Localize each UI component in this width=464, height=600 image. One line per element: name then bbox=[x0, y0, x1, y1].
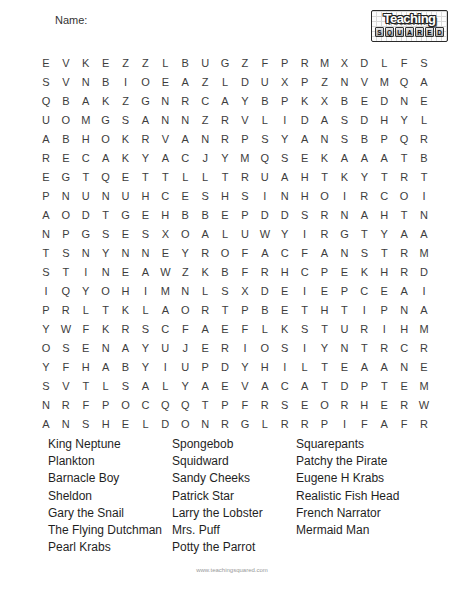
grid-cell-r7c1[interactable]: E bbox=[36, 168, 56, 187]
grid-cell-r8c3[interactable]: U bbox=[76, 187, 96, 206]
grid-cell-r3c10[interactable]: A bbox=[215, 92, 235, 111]
grid-cell-r12c10[interactable]: B bbox=[215, 263, 235, 282]
grid-cell-r12c19[interactable]: R bbox=[394, 263, 414, 282]
grid-cell-r6c16[interactable]: A bbox=[334, 149, 354, 168]
grid-cell-r13c15[interactable]: E bbox=[315, 282, 335, 301]
grid-cell-r17c10[interactable]: D bbox=[215, 358, 235, 377]
grid-cell-r7c19[interactable]: R bbox=[394, 168, 414, 187]
grid-cell-r6c14[interactable]: E bbox=[295, 149, 315, 168]
grid-cell-r1c4[interactable]: E bbox=[96, 54, 116, 73]
grid-cell-r4c3[interactable]: M bbox=[76, 111, 96, 130]
grid-cell-r17c14[interactable]: L bbox=[295, 358, 315, 377]
grid-cell-r17c2[interactable]: F bbox=[56, 358, 76, 377]
grid-cell-r10c14[interactable]: I bbox=[295, 225, 315, 244]
grid-cell-r18c9[interactable]: A bbox=[195, 377, 215, 396]
grid-cell-r3c20[interactable]: E bbox=[414, 92, 434, 111]
grid-cell-r1c11[interactable]: Z bbox=[235, 54, 255, 73]
grid-cell-r11c2[interactable]: S bbox=[56, 244, 76, 263]
grid-cell-r13c16[interactable]: P bbox=[334, 282, 354, 301]
grid-cell-r17c4[interactable]: A bbox=[96, 358, 116, 377]
grid-cell-r19c7[interactable]: Q bbox=[155, 396, 175, 415]
grid-cell-r12c12[interactable]: R bbox=[255, 263, 275, 282]
grid-cell-r11c4[interactable]: Y bbox=[96, 244, 116, 263]
grid-cell-r19c3[interactable]: F bbox=[76, 396, 96, 415]
grid-cell-r14c20[interactable]: A bbox=[414, 301, 434, 320]
grid-cell-r13c8[interactable]: N bbox=[175, 282, 195, 301]
grid-cell-r9c7[interactable]: H bbox=[155, 206, 175, 225]
grid-cell-r14c3[interactable]: L bbox=[76, 301, 96, 320]
grid-cell-r6c19[interactable]: T bbox=[394, 149, 414, 168]
grid-cell-r13c13[interactable]: E bbox=[275, 282, 295, 301]
grid-cell-r5c4[interactable]: O bbox=[96, 130, 116, 149]
grid-cell-r3c3[interactable]: A bbox=[76, 92, 96, 111]
grid-cell-r10c15[interactable]: R bbox=[315, 225, 335, 244]
grid-cell-r19c19[interactable]: R bbox=[394, 396, 414, 415]
grid-cell-r4c11[interactable]: V bbox=[235, 111, 255, 130]
grid-cell-r7c6[interactable]: T bbox=[135, 168, 155, 187]
grid-cell-r9c15[interactable]: R bbox=[315, 206, 335, 225]
grid-cell-r16c4[interactable]: N bbox=[96, 339, 116, 358]
grid-cell-r6c12[interactable]: Q bbox=[255, 149, 275, 168]
grid-cell-r5c17[interactable]: B bbox=[354, 130, 374, 149]
grid-cell-r12c15[interactable]: P bbox=[315, 263, 335, 282]
grid-cell-r15c19[interactable]: H bbox=[394, 320, 414, 339]
grid-cell-r11c9[interactable]: R bbox=[195, 244, 215, 263]
grid-cell-r13c19[interactable]: A bbox=[394, 282, 414, 301]
grid-cell-r12c4[interactable]: N bbox=[96, 263, 116, 282]
grid-cell-r12c14[interactable]: C bbox=[295, 263, 315, 282]
grid-cell-r18c16[interactable]: D bbox=[334, 377, 354, 396]
grid-cell-r18c11[interactable]: V bbox=[235, 377, 255, 396]
grid-cell-r2c8[interactable]: A bbox=[175, 73, 195, 92]
grid-cell-r2c4[interactable]: B bbox=[96, 73, 116, 92]
grid-cell-r6c2[interactable]: E bbox=[56, 149, 76, 168]
grid-cell-r15c5[interactable]: R bbox=[116, 320, 136, 339]
grid-cell-r14c13[interactable]: E bbox=[275, 301, 295, 320]
grid-cell-r5c20[interactable]: R bbox=[414, 130, 434, 149]
grid-cell-r16c11[interactable]: I bbox=[235, 339, 255, 358]
grid-cell-r13c20[interactable]: I bbox=[414, 282, 434, 301]
grid-cell-r8c7[interactable]: C bbox=[155, 187, 175, 206]
grid-cell-r8c17[interactable]: R bbox=[354, 187, 374, 206]
grid-cell-r5c11[interactable]: P bbox=[235, 130, 255, 149]
grid-cell-r15c10[interactable]: E bbox=[215, 320, 235, 339]
grid-cell-r10c16[interactable]: G bbox=[334, 225, 354, 244]
grid-cell-r14c19[interactable]: N bbox=[394, 301, 414, 320]
grid-cell-r15c20[interactable]: M bbox=[414, 320, 434, 339]
grid-cell-r20c4[interactable]: H bbox=[96, 415, 116, 434]
grid-cell-r16c19[interactable]: C bbox=[394, 339, 414, 358]
grid-cell-r20c15[interactable]: P bbox=[315, 415, 335, 434]
grid-cell-r4c10[interactable]: R bbox=[215, 111, 235, 130]
grid-cell-r16c15[interactable]: Y bbox=[315, 339, 335, 358]
grid-cell-r17c9[interactable]: P bbox=[195, 358, 215, 377]
grid-cell-r16c5[interactable]: A bbox=[116, 339, 136, 358]
grid-cell-r14c8[interactable]: O bbox=[175, 301, 195, 320]
grid-cell-r18c14[interactable]: A bbox=[295, 377, 315, 396]
grid-cell-r9c19[interactable]: T bbox=[394, 206, 414, 225]
grid-cell-r15c14[interactable]: S bbox=[295, 320, 315, 339]
grid-cell-r7c5[interactable]: E bbox=[116, 168, 136, 187]
grid-cell-r9c13[interactable]: D bbox=[275, 206, 295, 225]
grid-cell-r13c12[interactable]: D bbox=[255, 282, 275, 301]
grid-cell-r3c14[interactable]: K bbox=[295, 92, 315, 111]
grid-cell-r10c3[interactable]: G bbox=[76, 225, 96, 244]
grid-cell-r4c12[interactable]: L bbox=[255, 111, 275, 130]
grid-cell-r6c15[interactable]: K bbox=[315, 149, 335, 168]
grid-cell-r8c1[interactable]: P bbox=[36, 187, 56, 206]
grid-cell-r5c8[interactable]: A bbox=[175, 130, 195, 149]
grid-cell-r16c13[interactable]: S bbox=[275, 339, 295, 358]
grid-cell-r2c12[interactable]: U bbox=[255, 73, 275, 92]
grid-cell-r18c20[interactable]: M bbox=[414, 377, 434, 396]
grid-cell-r10c12[interactable]: W bbox=[255, 225, 275, 244]
grid-cell-r6c7[interactable]: A bbox=[155, 149, 175, 168]
grid-cell-r11c12[interactable]: A bbox=[255, 244, 275, 263]
grid-cell-r1c8[interactable]: B bbox=[175, 54, 195, 73]
grid-cell-r15c1[interactable]: Y bbox=[36, 320, 56, 339]
grid-cell-r1c9[interactable]: U bbox=[195, 54, 215, 73]
grid-cell-r20c6[interactable]: L bbox=[135, 415, 155, 434]
grid-cell-r5c5[interactable]: K bbox=[116, 130, 136, 149]
grid-cell-r14c15[interactable]: H bbox=[315, 301, 335, 320]
grid-cell-r20c20[interactable]: R bbox=[414, 415, 434, 434]
grid-cell-r13c6[interactable]: I bbox=[135, 282, 155, 301]
grid-cell-r6c6[interactable]: Y bbox=[135, 149, 155, 168]
grid-cell-r18c12[interactable]: A bbox=[255, 377, 275, 396]
grid-cell-r15c8[interactable]: F bbox=[175, 320, 195, 339]
grid-cell-r9c16[interactable]: N bbox=[334, 206, 354, 225]
grid-cell-r19c9[interactable]: T bbox=[195, 396, 215, 415]
grid-cell-r8c16[interactable]: I bbox=[334, 187, 354, 206]
grid-cell-r15c7[interactable]: C bbox=[155, 320, 175, 339]
grid-cell-r8c2[interactable]: N bbox=[56, 187, 76, 206]
grid-cell-r7c4[interactable]: Q bbox=[96, 168, 116, 187]
grid-cell-r8c12[interactable]: I bbox=[255, 187, 275, 206]
grid-cell-r11c1[interactable]: T bbox=[36, 244, 56, 263]
grid-cell-r4c13[interactable]: I bbox=[275, 111, 295, 130]
grid-cell-r16c8[interactable]: J bbox=[175, 339, 195, 358]
grid-cell-r15c4[interactable]: K bbox=[96, 320, 116, 339]
grid-cell-r14c17[interactable]: I bbox=[354, 301, 374, 320]
grid-cell-r16c20[interactable]: R bbox=[414, 339, 434, 358]
grid-cell-r10c8[interactable]: O bbox=[175, 225, 195, 244]
grid-cell-r11c10[interactable]: O bbox=[215, 244, 235, 263]
grid-cell-r7c3[interactable]: T bbox=[76, 168, 96, 187]
grid-cell-r18c2[interactable]: V bbox=[56, 377, 76, 396]
grid-cell-r3c9[interactable]: C bbox=[195, 92, 215, 111]
grid-cell-r3c7[interactable]: N bbox=[155, 92, 175, 111]
grid-cell-r3c19[interactable]: N bbox=[394, 92, 414, 111]
grid-cell-r8c14[interactable]: H bbox=[295, 187, 315, 206]
grid-cell-r3c6[interactable]: G bbox=[135, 92, 155, 111]
grid-cell-r10c6[interactable]: S bbox=[135, 225, 155, 244]
grid-cell-r8c8[interactable]: E bbox=[175, 187, 195, 206]
grid-cell-r19c17[interactable]: H bbox=[354, 396, 374, 415]
grid-cell-r10c5[interactable]: E bbox=[116, 225, 136, 244]
grid-cell-r19c8[interactable]: Q bbox=[175, 396, 195, 415]
grid-cell-r8c19[interactable]: O bbox=[394, 187, 414, 206]
grid-cell-r17c8[interactable]: U bbox=[175, 358, 195, 377]
grid-cell-r15c17[interactable]: R bbox=[354, 320, 374, 339]
grid-cell-r12c20[interactable]: D bbox=[414, 263, 434, 282]
grid-cell-r12c11[interactable]: F bbox=[235, 263, 255, 282]
grid-cell-r2c7[interactable]: E bbox=[155, 73, 175, 92]
grid-cell-r9c4[interactable]: T bbox=[96, 206, 116, 225]
grid-cell-r20c17[interactable]: F bbox=[354, 415, 374, 434]
grid-cell-r14c14[interactable]: T bbox=[295, 301, 315, 320]
grid-cell-r5c19[interactable]: Q bbox=[394, 130, 414, 149]
grid-cell-r7c16[interactable]: K bbox=[334, 168, 354, 187]
grid-cell-r20c10[interactable]: R bbox=[215, 415, 235, 434]
grid-cell-r10c19[interactable]: A bbox=[394, 225, 414, 244]
grid-cell-r3c18[interactable]: D bbox=[374, 92, 394, 111]
grid-cell-r5c15[interactable]: N bbox=[315, 130, 335, 149]
grid-cell-r5c6[interactable]: R bbox=[135, 130, 155, 149]
grid-cell-r15c16[interactable]: U bbox=[334, 320, 354, 339]
grid-cell-r18c17[interactable]: P bbox=[354, 377, 374, 396]
grid-cell-r15c13[interactable]: K bbox=[275, 320, 295, 339]
grid-cell-r14c6[interactable]: L bbox=[135, 301, 155, 320]
grid-cell-r14c2[interactable]: R bbox=[56, 301, 76, 320]
grid-cell-r2c2[interactable]: V bbox=[56, 73, 76, 92]
grid-cell-r15c6[interactable]: S bbox=[135, 320, 155, 339]
grid-cell-r16c1[interactable]: O bbox=[36, 339, 56, 358]
grid-cell-r2c1[interactable]: S bbox=[36, 73, 56, 92]
grid-cell-r3c16[interactable]: B bbox=[334, 92, 354, 111]
grid-cell-r1c19[interactable]: F bbox=[394, 54, 414, 73]
grid-cell-r14c12[interactable]: B bbox=[255, 301, 275, 320]
grid-cell-r16c10[interactable]: R bbox=[215, 339, 235, 358]
grid-cell-r10c9[interactable]: A bbox=[195, 225, 215, 244]
grid-cell-r1c6[interactable]: Z bbox=[135, 54, 155, 73]
grid-cell-r5c7[interactable]: V bbox=[155, 130, 175, 149]
grid-cell-r12c13[interactable]: H bbox=[275, 263, 295, 282]
grid-cell-r5c3[interactable]: H bbox=[76, 130, 96, 149]
grid-cell-r20c14[interactable]: R bbox=[295, 415, 315, 434]
grid-cell-r8c5[interactable]: U bbox=[116, 187, 136, 206]
grid-cell-r19c12[interactable]: R bbox=[255, 396, 275, 415]
grid-cell-r2c13[interactable]: X bbox=[275, 73, 295, 92]
grid-cell-r12c8[interactable]: Z bbox=[175, 263, 195, 282]
grid-cell-r5c2[interactable]: B bbox=[56, 130, 76, 149]
grid-cell-r2c10[interactable]: L bbox=[215, 73, 235, 92]
grid-cell-r3c13[interactable]: P bbox=[275, 92, 295, 111]
grid-cell-r15c12[interactable]: L bbox=[255, 320, 275, 339]
grid-cell-r6c1[interactable]: R bbox=[36, 149, 56, 168]
grid-cell-r3c11[interactable]: Y bbox=[235, 92, 255, 111]
grid-cell-r11c19[interactable]: R bbox=[394, 244, 414, 263]
grid-cell-r1c13[interactable]: P bbox=[275, 54, 295, 73]
grid-cell-r11c8[interactable]: Y bbox=[175, 244, 195, 263]
grid-cell-r17c13[interactable]: I bbox=[275, 358, 295, 377]
grid-cell-r1c12[interactable]: F bbox=[255, 54, 275, 73]
grid-cell-r13c14[interactable]: I bbox=[295, 282, 315, 301]
grid-cell-r8c4[interactable]: N bbox=[96, 187, 116, 206]
grid-cell-r11c16[interactable]: N bbox=[334, 244, 354, 263]
grid-cell-r3c2[interactable]: B bbox=[56, 92, 76, 111]
grid-cell-r14c7[interactable]: A bbox=[155, 301, 175, 320]
grid-cell-r18c7[interactable]: L bbox=[155, 377, 175, 396]
grid-cell-r7c2[interactable]: G bbox=[56, 168, 76, 187]
grid-cell-r19c4[interactable]: P bbox=[96, 396, 116, 415]
grid-cell-r13c9[interactable]: L bbox=[195, 282, 215, 301]
grid-cell-r1c17[interactable]: D bbox=[354, 54, 374, 73]
grid-cell-r9c14[interactable]: S bbox=[295, 206, 315, 225]
grid-cell-r13c1[interactable]: I bbox=[36, 282, 56, 301]
grid-cell-r17c5[interactable]: B bbox=[116, 358, 136, 377]
grid-cell-r14c10[interactable]: T bbox=[215, 301, 235, 320]
grid-cell-r5c12[interactable]: S bbox=[255, 130, 275, 149]
grid-cell-r4c17[interactable]: D bbox=[354, 111, 374, 130]
grid-cell-r19c6[interactable]: C bbox=[135, 396, 155, 415]
grid-cell-r1c7[interactable]: L bbox=[155, 54, 175, 73]
grid-cell-r18c18[interactable]: T bbox=[374, 377, 394, 396]
grid-cell-r2c15[interactable]: Z bbox=[315, 73, 335, 92]
grid-cell-r1c16[interactable]: X bbox=[334, 54, 354, 73]
grid-cell-r18c5[interactable]: S bbox=[116, 377, 136, 396]
grid-cell-r12c9[interactable]: K bbox=[195, 263, 215, 282]
grid-cell-r2c5[interactable]: I bbox=[116, 73, 136, 92]
grid-cell-r11c18[interactable]: T bbox=[374, 244, 394, 263]
grid-cell-r7c11[interactable]: R bbox=[235, 168, 255, 187]
grid-cell-r17c1[interactable]: Y bbox=[36, 358, 56, 377]
grid-cell-r4c8[interactable]: N bbox=[175, 111, 195, 130]
grid-cell-r1c5[interactable]: Z bbox=[116, 54, 136, 73]
grid-cell-r7c18[interactable]: T bbox=[374, 168, 394, 187]
grid-cell-r2c6[interactable]: O bbox=[135, 73, 155, 92]
grid-cell-r8c9[interactable]: S bbox=[195, 187, 215, 206]
grid-cell-r11c20[interactable]: M bbox=[414, 244, 434, 263]
grid-cell-r17c12[interactable]: H bbox=[255, 358, 275, 377]
grid-cell-r3c4[interactable]: K bbox=[96, 92, 116, 111]
grid-cell-r19c5[interactable]: O bbox=[116, 396, 136, 415]
grid-cell-r9c20[interactable]: N bbox=[414, 206, 434, 225]
grid-cell-r7c8[interactable]: L bbox=[175, 168, 195, 187]
grid-cell-r12c7[interactable]: W bbox=[155, 263, 175, 282]
grid-cell-r9c6[interactable]: E bbox=[135, 206, 155, 225]
grid-cell-r17c19[interactable]: N bbox=[394, 358, 414, 377]
grid-cell-r17c17[interactable]: A bbox=[354, 358, 374, 377]
grid-cell-r13c4[interactable]: O bbox=[96, 282, 116, 301]
grid-cell-r12c1[interactable]: S bbox=[36, 263, 56, 282]
grid-cell-r11c13[interactable]: C bbox=[275, 244, 295, 263]
grid-cell-r4c5[interactable]: S bbox=[116, 111, 136, 130]
grid-cell-r11c14[interactable]: F bbox=[295, 244, 315, 263]
grid-cell-r5c18[interactable]: P bbox=[374, 130, 394, 149]
grid-cell-r17c20[interactable]: E bbox=[414, 358, 434, 377]
grid-cell-r20c8[interactable]: O bbox=[175, 415, 195, 434]
grid-cell-r9c11[interactable]: P bbox=[235, 206, 255, 225]
grid-cell-r4c2[interactable]: O bbox=[56, 111, 76, 130]
grid-cell-r12c18[interactable]: H bbox=[374, 263, 394, 282]
grid-cell-r20c2[interactable]: N bbox=[56, 415, 76, 434]
grid-cell-r7c12[interactable]: U bbox=[255, 168, 275, 187]
grid-cell-r20c18[interactable]: A bbox=[374, 415, 394, 434]
grid-cell-r19c2[interactable]: R bbox=[56, 396, 76, 415]
grid-cell-r12c5[interactable]: E bbox=[116, 263, 136, 282]
grid-cell-r3c5[interactable]: Z bbox=[116, 92, 136, 111]
grid-cell-r20c5[interactable]: E bbox=[116, 415, 136, 434]
grid-cell-r1c2[interactable]: V bbox=[56, 54, 76, 73]
grid-cell-r14c5[interactable]: K bbox=[116, 301, 136, 320]
grid-cell-r20c1[interactable]: A bbox=[36, 415, 56, 434]
grid-cell-r10c4[interactable]: S bbox=[96, 225, 116, 244]
grid-cell-r3c1[interactable]: Q bbox=[36, 92, 56, 111]
grid-cell-r9c3[interactable]: D bbox=[76, 206, 96, 225]
grid-cell-r2c20[interactable]: A bbox=[414, 73, 434, 92]
grid-cell-r20c3[interactable]: S bbox=[76, 415, 96, 434]
grid-cell-r6c18[interactable]: A bbox=[374, 149, 394, 168]
grid-cell-r11c3[interactable]: N bbox=[76, 244, 96, 263]
grid-cell-r14c18[interactable]: P bbox=[374, 301, 394, 320]
grid-cell-r10c10[interactable]: L bbox=[215, 225, 235, 244]
grid-cell-r7c15[interactable]: T bbox=[315, 168, 335, 187]
grid-cell-r18c6[interactable]: A bbox=[135, 377, 155, 396]
grid-cell-r13c17[interactable]: C bbox=[354, 282, 374, 301]
grid-cell-r15c9[interactable]: A bbox=[195, 320, 215, 339]
grid-cell-r12c17[interactable]: K bbox=[354, 263, 374, 282]
grid-cell-r12c16[interactable]: E bbox=[334, 263, 354, 282]
grid-cell-r3c15[interactable]: X bbox=[315, 92, 335, 111]
grid-cell-r3c12[interactable]: B bbox=[255, 92, 275, 111]
grid-cell-r6c5[interactable]: K bbox=[116, 149, 136, 168]
grid-cell-r18c15[interactable]: T bbox=[315, 377, 335, 396]
grid-cell-r6c17[interactable]: A bbox=[354, 149, 374, 168]
grid-cell-r7c10[interactable]: T bbox=[215, 168, 235, 187]
grid-cell-r19c13[interactable]: S bbox=[275, 396, 295, 415]
grid-cell-r7c7[interactable]: T bbox=[155, 168, 175, 187]
grid-cell-r9c2[interactable]: O bbox=[56, 206, 76, 225]
grid-cell-r11c17[interactable]: S bbox=[354, 244, 374, 263]
grid-cell-r4c4[interactable]: G bbox=[96, 111, 116, 130]
grid-cell-r11c5[interactable]: N bbox=[116, 244, 136, 263]
grid-cell-r13c2[interactable]: Q bbox=[56, 282, 76, 301]
grid-cell-r10c20[interactable]: A bbox=[414, 225, 434, 244]
grid-cell-r11c6[interactable]: N bbox=[135, 244, 155, 263]
grid-cell-r4c1[interactable]: U bbox=[36, 111, 56, 130]
grid-cell-r18c1[interactable]: S bbox=[36, 377, 56, 396]
grid-cell-r16c17[interactable]: T bbox=[354, 339, 374, 358]
grid-cell-r17c16[interactable]: E bbox=[334, 358, 354, 377]
grid-cell-r17c18[interactable]: A bbox=[374, 358, 394, 377]
grid-cell-r20c16[interactable]: I bbox=[334, 415, 354, 434]
grid-cell-r16c2[interactable]: S bbox=[56, 339, 76, 358]
grid-cell-r9c1[interactable]: A bbox=[36, 206, 56, 225]
grid-cell-r4c16[interactable]: S bbox=[334, 111, 354, 130]
grid-cell-r14c4[interactable]: T bbox=[96, 301, 116, 320]
grid-cell-r8c15[interactable]: O bbox=[315, 187, 335, 206]
grid-cell-r15c11[interactable]: F bbox=[235, 320, 255, 339]
grid-cell-r18c13[interactable]: C bbox=[275, 377, 295, 396]
grid-cell-r1c20[interactable]: S bbox=[414, 54, 434, 73]
grid-cell-r13c18[interactable]: E bbox=[374, 282, 394, 301]
grid-cell-r14c16[interactable]: T bbox=[334, 301, 354, 320]
grid-cell-r1c14[interactable]: R bbox=[295, 54, 315, 73]
grid-cell-r19c11[interactable]: F bbox=[235, 396, 255, 415]
grid-cell-r15c3[interactable]: F bbox=[76, 320, 96, 339]
grid-cell-r16c14[interactable]: I bbox=[295, 339, 315, 358]
grid-cell-r18c19[interactable]: E bbox=[394, 377, 414, 396]
grid-cell-r6c8[interactable]: C bbox=[175, 149, 195, 168]
grid-cell-r2c9[interactable]: Z bbox=[195, 73, 215, 92]
grid-cell-r4c20[interactable]: L bbox=[414, 111, 434, 130]
grid-cell-r10c11[interactable]: U bbox=[235, 225, 255, 244]
grid-cell-r5c14[interactable]: A bbox=[295, 130, 315, 149]
grid-cell-r12c2[interactable]: T bbox=[56, 263, 76, 282]
grid-cell-r7c9[interactable]: L bbox=[195, 168, 215, 187]
grid-cell-r2c16[interactable]: N bbox=[334, 73, 354, 92]
